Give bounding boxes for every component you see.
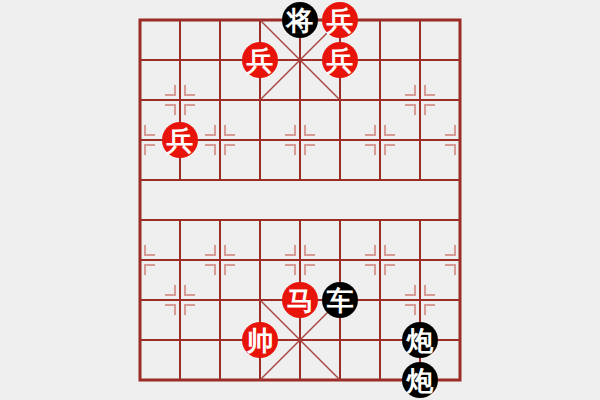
red-horse[interactable]: 马 bbox=[282, 282, 318, 318]
red-soldier[interactable]: 兵 bbox=[162, 122, 198, 158]
piece-grid[interactable]: 将兵兵兵兵马车帅炮炮 bbox=[120, 0, 480, 400]
red-soldier[interactable]: 兵 bbox=[322, 2, 358, 38]
red-soldier[interactable]: 兵 bbox=[322, 42, 358, 78]
black-chariot[interactable]: 车 bbox=[322, 282, 358, 318]
black-cannon[interactable]: 炮 bbox=[402, 322, 438, 358]
black-cannon[interactable]: 炮 bbox=[402, 362, 438, 398]
red-soldier[interactable]: 兵 bbox=[242, 42, 278, 78]
black-general[interactable]: 将 bbox=[282, 2, 318, 38]
xiangqi-board: 将兵兵兵兵马车帅炮炮 bbox=[0, 0, 600, 400]
red-general[interactable]: 帅 bbox=[242, 322, 278, 358]
